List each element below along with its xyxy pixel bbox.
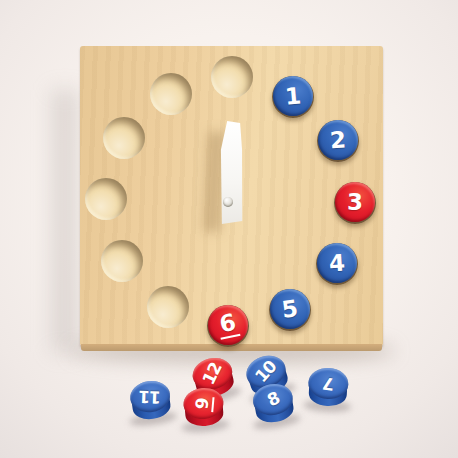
- peg-4-label: 4: [328, 251, 346, 275]
- clock-slot-1: 1: [272, 76, 314, 118]
- peg-5[interactable]: 5: [270, 289, 310, 329]
- loose-peg-7[interactable]: 7: [307, 367, 349, 413]
- peg-3-label: 3: [347, 191, 363, 214]
- hand-pivot-screw-icon: [223, 197, 233, 207]
- clock-slot-3: 3: [334, 182, 376, 224]
- peg-3[interactable]: 3: [335, 182, 375, 222]
- peg-4[interactable]: 4: [317, 243, 357, 283]
- clock-hole-9[interactable]: [85, 178, 127, 220]
- peg-12-label: 12: [200, 360, 225, 387]
- peg-7-label: 7: [322, 374, 335, 392]
- peg-6-label: 6: [216, 310, 241, 340]
- clock-hole-11[interactable]: [150, 73, 192, 115]
- peg-2-label: 2: [329, 128, 347, 152]
- clock-hole-10[interactable]: [103, 117, 145, 159]
- photo-scene: 1 2 3 4 5 6 11 12 9: [0, 0, 458, 458]
- loose-peg-11[interactable]: 11: [128, 378, 174, 427]
- peg-1-label: 1: [284, 84, 302, 108]
- loose-peg-8[interactable]: 8: [250, 381, 297, 431]
- clock-slot-5: 5: [269, 289, 311, 331]
- loose-peg-9[interactable]: 9: [182, 386, 226, 433]
- peg-8-label: 8: [264, 390, 281, 410]
- clock-hole-7[interactable]: [147, 286, 189, 328]
- clock-slot-2: 2: [317, 120, 359, 162]
- peg-1[interactable]: 1: [273, 76, 313, 116]
- peg-2[interactable]: 2: [318, 120, 358, 160]
- peg-5-label: 5: [280, 296, 299, 321]
- peg-9-label: 9: [193, 395, 214, 412]
- clock-hole-12[interactable]: [211, 56, 253, 98]
- peg-11-label: 11: [139, 388, 161, 406]
- clock-slot-4: 4: [316, 243, 358, 285]
- board-cast-shadow-left: [52, 90, 78, 352]
- peg-6[interactable]: 6: [208, 305, 248, 345]
- clock-hole-8[interactable]: [101, 240, 143, 282]
- clock-slot-6: 6: [207, 305, 249, 347]
- peg-10-label: 10: [252, 358, 279, 385]
